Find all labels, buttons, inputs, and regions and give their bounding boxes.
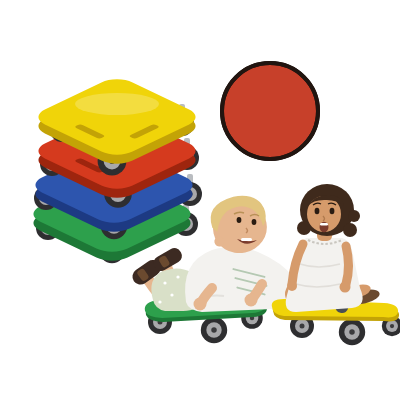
girl-hand-2 — [340, 282, 351, 293]
scene-svg — [0, 0, 400, 400]
product-photo — [0, 0, 400, 400]
boy-hand-2 — [245, 294, 258, 307]
yellow-plate-highlight — [75, 93, 159, 115]
girl-hair-curl — [297, 221, 311, 235]
girl-arm-2 — [346, 246, 349, 284]
girl-teeth — [320, 223, 328, 225]
girl-eye-2 — [330, 208, 335, 215]
girl-hair-curl-2 — [343, 223, 357, 237]
boy-eye — [237, 217, 242, 223]
boy-eye-2 — [252, 219, 257, 225]
boy-hand — [194, 298, 207, 311]
boy-teeth — [241, 238, 252, 241]
girl-eye — [315, 208, 320, 215]
color-swatch — [222, 63, 318, 159]
girl-hand — [287, 281, 297, 291]
girl-hair-curl-3 — [348, 210, 360, 222]
